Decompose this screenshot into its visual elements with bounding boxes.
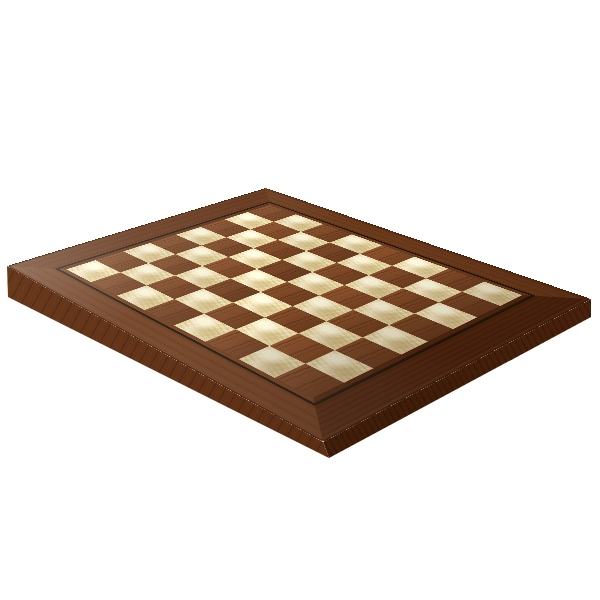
chessboard-product-photo: [0, 0, 600, 600]
board-top-face: [7, 188, 591, 442]
playing-area-grid: [66, 205, 522, 398]
